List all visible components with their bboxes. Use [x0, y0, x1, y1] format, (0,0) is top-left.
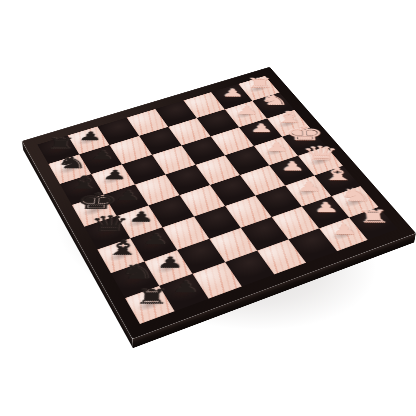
square-d8[interactable] [84, 216, 130, 250]
pink-pawn[interactable]: ♟ [268, 160, 317, 173]
chess-board: ♜♞♝♛♚♝♞♜♟♟♟♟♟♟♟♟♟♟♟♟♟♟♟♟♜♞♝♛♚♝♞♜ [22, 67, 416, 339]
square-a3[interactable] [288, 228, 337, 262]
pink-pawn[interactable]: ♟ [301, 200, 352, 214]
piece-contact-shadow [125, 214, 154, 230]
square-b8[interactable] [111, 262, 159, 299]
piece-contact-shadow [311, 204, 340, 220]
square-a7[interactable] [159, 274, 208, 311]
board-frame: ♜♞♝♛♚♝♞♜♟♟♟♟♟♟♟♟♟♟♟♟♟♟♟♟♜♞♝♛♚♝♞♜ [22, 67, 416, 339]
square-c4[interactable] [225, 196, 272, 228]
piece-contact-shadow [168, 283, 199, 301]
square-d6[interactable] [148, 195, 194, 227]
black-knight[interactable]: ♞ [110, 262, 164, 282]
square-c6[interactable] [163, 217, 210, 251]
piece-contact-shadow [93, 224, 122, 240]
pink-rook[interactable]: ♜ [347, 208, 400, 225]
square-b6[interactable] [177, 239, 225, 274]
chess-scene: ♜♞♝♛♚♝♞♜♟♟♟♟♟♟♟♟♟♟♟♟♟♟♟♟♜♞♝♛♚♝♞♜ [0, 0, 416, 416]
pink-pawn[interactable]: ♟ [253, 141, 301, 153]
square-c7[interactable] [130, 227, 177, 261]
black-bishop[interactable]: ♝ [96, 238, 149, 258]
square-c8[interactable] [97, 238, 144, 273]
piece-contact-shadow [329, 226, 358, 242]
piece-contact-shadow [106, 247, 136, 264]
pink-pawn[interactable]: ♟ [318, 222, 371, 236]
piece-contact-shadow [139, 236, 168, 252]
chess-pieces-layer: ♜♞♝♛♚♝♞♜♟♟♟♟♟♟♟♟♟♟♟♟♟♟♟♟♜♞♝♛♚♝♞♜ [37, 76, 397, 324]
black-king[interactable]: ♚ [70, 190, 122, 213]
square-c5[interactable] [194, 206, 241, 239]
square-a5[interactable] [225, 251, 274, 287]
square-a2[interactable] [319, 218, 368, 252]
black-queen[interactable]: ♛ [83, 213, 136, 235]
square-b7[interactable] [144, 250, 192, 286]
square-a4[interactable] [257, 239, 306, 274]
square-d5[interactable] [180, 185, 226, 217]
piece-contact-shadow [134, 295, 165, 313]
square-c3[interactable] [255, 186, 301, 218]
pink-pawn[interactable]: ♟ [211, 87, 256, 98]
black-pawn[interactable]: ♟ [143, 255, 196, 270]
black-pawn[interactable]: ♟ [158, 279, 212, 295]
black-pawn[interactable]: ♟ [129, 232, 181, 247]
square-b4[interactable] [241, 217, 289, 251]
black-rook[interactable]: ♜ [36, 136, 85, 151]
square-a8[interactable] [125, 286, 175, 324]
pink-pawn[interactable]: ♟ [239, 122, 286, 134]
square-a1[interactable] [349, 207, 397, 240]
pink-pawn[interactable]: ♟ [284, 180, 334, 193]
piece-contact-shadow [153, 259, 183, 276]
square-a6[interactable] [193, 262, 242, 299]
pink-pawn[interactable]: ♟ [224, 104, 270, 115]
black-rook[interactable]: ♜ [124, 287, 179, 307]
square-b3[interactable] [272, 207, 320, 240]
black-knight[interactable]: ♞ [47, 155, 97, 171]
square-b5[interactable] [209, 228, 257, 262]
piece-contact-shadow [359, 215, 388, 231]
piece-contact-shadow [120, 271, 150, 289]
product-photo: ♜♞♝♛♚♝♞♜♟♟♟♟♟♟♟♟♟♟♟♟♟♟♟♟♜♞♝♛♚♝♞♜ [0, 0, 416, 416]
